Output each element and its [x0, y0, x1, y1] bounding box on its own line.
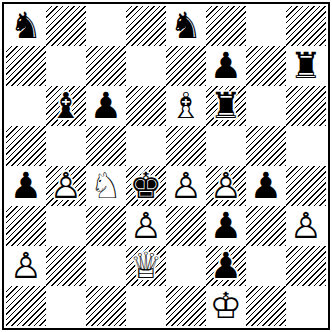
- piece-black-pawn: ♟♟: [246, 166, 286, 206]
- square-h8[interactable]: [286, 6, 326, 46]
- white-pawn-icon: ♙: [210, 168, 242, 204]
- square-h2[interactable]: [286, 246, 326, 286]
- black-pawn-icon: ♟: [250, 168, 282, 204]
- black-pawn-icon: ♟: [10, 168, 42, 204]
- square-b4[interactable]: ♟♙: [46, 166, 86, 206]
- black-knight-icon: ♞: [170, 8, 202, 44]
- square-e4[interactable]: ♟♙: [166, 166, 206, 206]
- square-a5[interactable]: [6, 126, 46, 166]
- square-d2[interactable]: ♛♕: [126, 246, 166, 286]
- square-c4[interactable]: ♞♘: [86, 166, 126, 206]
- square-a8[interactable]: ♞♞: [6, 6, 46, 46]
- square-a6[interactable]: [6, 86, 46, 126]
- white-pawn-icon: ♙: [50, 168, 82, 204]
- piece-black-rook: ♜♜: [206, 86, 246, 126]
- piece-black-king: ♚♚: [126, 166, 166, 206]
- piece-black-pawn: ♟♟: [206, 46, 246, 86]
- square-h4[interactable]: [286, 166, 326, 206]
- square-h6[interactable]: [286, 86, 326, 126]
- square-e5[interactable]: [166, 126, 206, 166]
- piece-white-pawn: ♟♙: [46, 166, 86, 206]
- board: ♞♞♞♞♟♟♜♜♝♝♟♟♝♗♜♜♟♟♟♙♞♘♚♚♟♙♟♙♟♟♟♙♟♟♟♙♟♙♛♕…: [6, 6, 326, 326]
- square-f5[interactable]: [206, 126, 246, 166]
- piece-black-rook: ♜♜: [286, 46, 326, 86]
- square-d3[interactable]: ♟♙: [126, 206, 166, 246]
- square-a4[interactable]: ♟♟: [6, 166, 46, 206]
- square-c1[interactable]: [86, 286, 126, 326]
- white-pawn-icon: ♙: [130, 208, 162, 244]
- piece-white-pawn: ♟♙: [166, 166, 206, 206]
- board-frame: ♞♞♞♞♟♟♜♜♝♝♟♟♝♗♜♜♟♟♟♙♞♘♚♚♟♙♟♙♟♟♟♙♟♟♟♙♟♙♛♕…: [2, 2, 330, 330]
- white-knight-icon: ♘: [90, 168, 122, 204]
- piece-white-bishop: ♝♗: [166, 86, 206, 126]
- square-b5[interactable]: [46, 126, 86, 166]
- piece-black-pawn: ♟♟: [206, 206, 246, 246]
- piece-black-pawn: ♟♟: [206, 246, 246, 286]
- white-king-icon: ♔: [210, 288, 242, 324]
- square-e1[interactable]: [166, 286, 206, 326]
- square-g7[interactable]: [246, 46, 286, 86]
- square-h3[interactable]: ♟♙: [286, 206, 326, 246]
- square-h7[interactable]: ♜♜: [286, 46, 326, 86]
- square-a1[interactable]: [6, 286, 46, 326]
- square-g6[interactable]: [246, 86, 286, 126]
- piece-white-pawn: ♟♙: [126, 206, 166, 246]
- white-pawn-icon: ♙: [10, 248, 42, 284]
- white-pawn-icon: ♙: [170, 168, 202, 204]
- square-c3[interactable]: [86, 206, 126, 246]
- square-f8[interactable]: [206, 6, 246, 46]
- piece-white-king: ♚♔: [206, 286, 246, 326]
- black-knight-icon: ♞: [10, 8, 42, 44]
- square-a2[interactable]: ♟♙: [6, 246, 46, 286]
- square-d7[interactable]: [126, 46, 166, 86]
- square-g8[interactable]: [246, 6, 286, 46]
- square-g1[interactable]: [246, 286, 286, 326]
- piece-white-knight: ♞♘: [86, 166, 126, 206]
- square-d6[interactable]: [126, 86, 166, 126]
- square-f7[interactable]: ♟♟: [206, 46, 246, 86]
- square-a7[interactable]: [6, 46, 46, 86]
- black-rook-icon: ♜: [290, 48, 322, 84]
- black-pawn-icon: ♟: [210, 248, 242, 284]
- square-c6[interactable]: ♟♟: [86, 86, 126, 126]
- black-pawn-icon: ♟: [90, 88, 122, 124]
- black-pawn-icon: ♟: [210, 48, 242, 84]
- square-f3[interactable]: ♟♟: [206, 206, 246, 246]
- chess-diagram: ♞♞♞♞♟♟♜♜♝♝♟♟♝♗♜♜♟♟♟♙♞♘♚♚♟♙♟♙♟♟♟♙♟♟♟♙♟♙♛♕…: [0, 0, 332, 332]
- piece-black-pawn: ♟♟: [86, 86, 126, 126]
- square-b2[interactable]: [46, 246, 86, 286]
- square-d5[interactable]: [126, 126, 166, 166]
- square-d8[interactable]: [126, 6, 166, 46]
- piece-white-pawn: ♟♙: [6, 246, 46, 286]
- piece-black-knight: ♞♞: [166, 6, 206, 46]
- square-c8[interactable]: [86, 6, 126, 46]
- piece-white-queen: ♛♕: [126, 246, 166, 286]
- black-king-icon: ♚: [130, 168, 162, 204]
- square-f1[interactable]: ♚♔: [206, 286, 246, 326]
- square-b6[interactable]: ♝♝: [46, 86, 86, 126]
- square-f2[interactable]: ♟♟: [206, 246, 246, 286]
- square-g4[interactable]: ♟♟: [246, 166, 286, 206]
- square-f4[interactable]: ♟♙: [206, 166, 246, 206]
- square-e3[interactable]: [166, 206, 206, 246]
- square-e6[interactable]: ♝♗: [166, 86, 206, 126]
- square-c5[interactable]: [86, 126, 126, 166]
- square-a3[interactable]: [6, 206, 46, 246]
- piece-black-knight: ♞♞: [6, 6, 46, 46]
- square-b8[interactable]: [46, 6, 86, 46]
- square-d1[interactable]: [126, 286, 166, 326]
- white-queen-icon: ♕: [130, 248, 162, 284]
- square-e8[interactable]: ♞♞: [166, 6, 206, 46]
- square-f6[interactable]: ♜♜: [206, 86, 246, 126]
- black-bishop-icon: ♝: [50, 88, 82, 124]
- square-g3[interactable]: [246, 206, 286, 246]
- square-b1[interactable]: [46, 286, 86, 326]
- white-pawn-icon: ♙: [290, 208, 322, 244]
- square-e2[interactable]: [166, 246, 206, 286]
- white-bishop-icon: ♗: [170, 88, 202, 124]
- square-h5[interactable]: [286, 126, 326, 166]
- piece-white-pawn: ♟♙: [286, 206, 326, 246]
- square-d4[interactable]: ♚♚: [126, 166, 166, 206]
- square-c2[interactable]: [86, 246, 126, 286]
- square-e7[interactable]: [166, 46, 206, 86]
- square-b3[interactable]: [46, 206, 86, 246]
- square-g5[interactable]: [246, 126, 286, 166]
- square-c7[interactable]: [86, 46, 126, 86]
- piece-black-bishop: ♝♝: [46, 86, 86, 126]
- piece-white-pawn: ♟♙: [206, 166, 246, 206]
- black-pawn-icon: ♟: [210, 208, 242, 244]
- black-rook-icon: ♜: [210, 88, 242, 124]
- square-b7[interactable]: [46, 46, 86, 86]
- square-h1[interactable]: [286, 286, 326, 326]
- piece-black-pawn: ♟♟: [6, 166, 46, 206]
- square-g2[interactable]: [246, 246, 286, 286]
